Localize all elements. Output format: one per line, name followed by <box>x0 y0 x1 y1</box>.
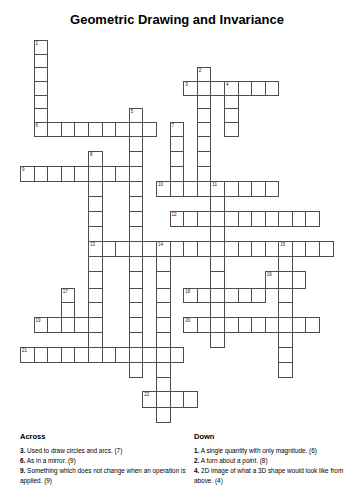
grid-cell[interactable] <box>88 181 103 197</box>
grid-cell[interactable] <box>238 317 253 333</box>
clue-item: 4. 2D image of what a 3D shape would loo… <box>194 466 350 486</box>
grid-cell[interactable] <box>88 347 103 363</box>
clue-item-number: 3. <box>20 447 25 454</box>
grid-cell[interactable]: 15 <box>278 241 293 257</box>
grid-cell[interactable] <box>88 271 103 289</box>
across-clue-list: 3. Used to draw circles and arcs. (7)6. … <box>20 446 188 486</box>
grid-cell[interactable] <box>88 332 103 348</box>
grid-cell[interactable] <box>251 317 266 333</box>
grid-cell[interactable] <box>305 241 320 257</box>
grid-cell[interactable] <box>224 317 239 333</box>
grid-cell[interactable] <box>129 271 144 289</box>
grid-cell[interactable] <box>156 377 171 393</box>
grid-cell[interactable] <box>197 166 212 182</box>
across-header: Across <box>20 432 188 442</box>
grid-cell[interactable] <box>88 122 103 138</box>
grid-cell[interactable] <box>129 151 144 168</box>
grid-cell[interactable] <box>197 136 212 152</box>
grid-cell[interactable] <box>238 288 253 304</box>
grid-cell[interactable] <box>47 347 62 363</box>
grid-cell[interactable]: 21 <box>20 347 35 363</box>
clue-item-number: 2. <box>194 457 199 464</box>
grid-cell[interactable] <box>238 241 253 257</box>
grid-cell[interactable] <box>129 166 144 182</box>
grid-cell[interactable] <box>210 196 225 212</box>
grid-cell[interactable] <box>224 95 239 109</box>
grid-cell[interactable]: 9 <box>20 166 35 182</box>
clue-item-number: 9. <box>20 467 25 474</box>
grid-cell[interactable] <box>197 108 212 123</box>
grid-cell[interactable] <box>224 181 239 197</box>
grid-cell[interactable] <box>142 241 157 257</box>
grid-cell[interactable]: 2 <box>197 67 212 82</box>
grid-cell[interactable] <box>129 302 144 318</box>
grid-cell[interactable] <box>238 181 253 197</box>
grid-cell[interactable]: 14 <box>156 241 171 257</box>
grid-cell[interactable] <box>156 332 171 348</box>
grid-cell[interactable] <box>47 122 62 138</box>
grid-cell[interactable] <box>102 347 117 363</box>
grid-cell[interactable] <box>61 122 76 138</box>
clue-number-label: 8 <box>90 152 93 157</box>
down-header: Down <box>194 432 350 442</box>
clue-number-label: 12 <box>172 212 177 217</box>
grid-cell[interactable] <box>88 288 103 304</box>
grid-cell[interactable] <box>129 181 144 197</box>
grid-cell[interactable] <box>61 347 76 363</box>
grid-cell[interactable]: 8 <box>88 151 103 168</box>
grid-cell[interactable]: 20 <box>183 317 198 333</box>
grid-cell[interactable] <box>278 332 293 348</box>
grid-cell[interactable] <box>34 67 49 82</box>
grid-cell[interactable] <box>305 211 320 227</box>
grid-cell[interactable]: 7 <box>170 122 185 138</box>
grid-cell[interactable] <box>183 241 198 257</box>
grid-cell[interactable] <box>278 288 293 304</box>
grid-cell[interactable] <box>251 211 266 227</box>
grid-cell[interactable] <box>170 136 185 152</box>
grid-cell[interactable] <box>278 317 293 333</box>
grid-cell[interactable] <box>292 241 307 257</box>
clue-item-number: 4. <box>194 467 199 474</box>
grid-cell[interactable] <box>129 226 144 242</box>
grid-cell[interactable] <box>170 391 185 408</box>
clue-item: 2. A turn about a point. (8) <box>194 456 350 466</box>
grid-cell[interactable] <box>210 226 225 242</box>
grid-cell[interactable] <box>74 317 89 333</box>
across-clues-section: Across 3. Used to draw circles and arcs.… <box>20 432 188 486</box>
grid-cell[interactable] <box>129 196 144 212</box>
clue-number-label: 5 <box>131 109 134 114</box>
grid-cell[interactable] <box>129 122 144 138</box>
grid-cell[interactable] <box>197 81 212 96</box>
grid-cell[interactable] <box>210 256 225 273</box>
clue-number-label: 17 <box>63 289 68 294</box>
grid-cell[interactable]: 19 <box>34 317 49 333</box>
grid-cell[interactable] <box>210 288 225 304</box>
grid-cell[interactable] <box>34 81 49 96</box>
grid-cell[interactable] <box>292 271 307 289</box>
clue-number-label: 13 <box>90 242 95 247</box>
grid-cell[interactable] <box>183 391 198 408</box>
grid-cell[interactable] <box>251 81 266 96</box>
grid-cell[interactable] <box>170 347 185 363</box>
grid-cell[interactable]: 17 <box>61 288 76 304</box>
clue-number-label: 11 <box>212 182 217 187</box>
grid-cell[interactable] <box>129 317 144 333</box>
grid-cell[interactable] <box>251 288 266 304</box>
grid-cell[interactable] <box>88 196 103 212</box>
grid-cell[interactable] <box>278 256 293 273</box>
grid-cell[interactable] <box>88 302 103 318</box>
clue-number-label: 18 <box>185 289 190 294</box>
grid-cell[interactable] <box>88 226 103 242</box>
grid-cell[interactable] <box>129 288 144 304</box>
down-clue-list: 1. A single quantity with only magnitude… <box>194 446 350 486</box>
grid-cell[interactable] <box>129 347 144 363</box>
grid-cell[interactable] <box>265 81 280 96</box>
grid-cell[interactable] <box>319 241 334 257</box>
grid-cell[interactable] <box>129 332 144 348</box>
grid-cell[interactable] <box>197 211 212 227</box>
grid-cell[interactable] <box>197 151 212 168</box>
grid-cell[interactable] <box>115 347 130 363</box>
clue-number-label: 9 <box>22 167 25 172</box>
grid-cell[interactable] <box>156 288 171 304</box>
grid-cell[interactable] <box>224 288 239 304</box>
grid-cell[interactable] <box>88 211 103 227</box>
grid-cell[interactable] <box>34 54 49 69</box>
grid-cell[interactable] <box>197 317 212 333</box>
crossword-worksheet: Geometric Drawing and Invariance 1234567… <box>0 0 354 500</box>
grid-cell[interactable]: 4 <box>224 81 239 96</box>
grid-cell[interactable] <box>156 302 171 318</box>
grid-cell[interactable] <box>156 256 171 273</box>
grid-cell[interactable] <box>129 241 144 257</box>
clue-number-label: 3 <box>185 82 188 87</box>
grid-cell[interactable] <box>129 136 144 152</box>
clue-number-label: 19 <box>36 318 41 323</box>
grid-cell[interactable] <box>156 317 171 333</box>
grid-cell[interactable] <box>47 317 62 333</box>
grid-cell[interactable] <box>156 407 171 423</box>
clue-number-label: 16 <box>267 272 272 277</box>
grid-cell[interactable] <box>61 302 76 318</box>
grid-cell[interactable] <box>197 288 212 304</box>
grid-cell[interactable] <box>102 241 117 257</box>
grid-cell[interactable] <box>34 108 49 123</box>
grid-cell[interactable] <box>265 211 280 227</box>
grid-cell[interactable]: 1 <box>34 40 49 55</box>
clue-number-label: 21 <box>22 348 27 353</box>
grid-cell[interactable] <box>210 302 225 318</box>
grid-cell[interactable]: 13 <box>88 241 103 257</box>
grid-cell[interactable] <box>102 122 117 138</box>
grid-cell[interactable] <box>115 166 130 182</box>
clue-number-label: 14 <box>158 242 163 247</box>
grid-cell[interactable] <box>265 181 280 197</box>
grid-cell[interactable] <box>88 317 103 333</box>
grid-cell[interactable] <box>210 241 225 257</box>
grid-cell[interactable] <box>210 332 225 348</box>
grid-cell[interactable] <box>61 317 76 333</box>
down-clues-section: Down 1. A single quantity with only magn… <box>194 432 350 486</box>
grid-cell[interactable] <box>156 347 171 363</box>
grid-cell[interactable] <box>278 362 293 378</box>
grid-cell[interactable] <box>224 211 239 227</box>
grid-cell[interactable]: 10 <box>156 181 171 197</box>
grid-cell[interactable] <box>170 241 185 257</box>
grid-cell[interactable] <box>102 166 117 182</box>
grid-cell[interactable]: 18 <box>183 288 198 304</box>
grid-cell[interactable] <box>170 181 185 197</box>
grid-cell[interactable] <box>115 241 130 257</box>
clue-number-label: 10 <box>158 182 163 187</box>
grid-cell[interactable] <box>129 256 144 273</box>
clue-number-label: 22 <box>144 392 149 397</box>
grid-cell[interactable] <box>278 302 293 318</box>
grid-cell[interactable] <box>129 362 144 378</box>
grid-cell[interactable] <box>74 166 89 182</box>
clue-item: 9. Something which does not change when … <box>20 466 188 486</box>
crossword-grid: 12345678910111213141516171819202122 <box>20 40 346 422</box>
grid-cell[interactable] <box>210 81 225 96</box>
grid-cell[interactable] <box>129 211 144 227</box>
grid-cell[interactable] <box>278 211 293 227</box>
grid-cell[interactable] <box>224 241 239 257</box>
grid-cell[interactable] <box>292 211 307 227</box>
grid-cell[interactable] <box>88 256 103 273</box>
grid-cell[interactable] <box>156 391 171 408</box>
grid-cell[interactable] <box>88 166 103 182</box>
grid-cell[interactable]: 12 <box>170 211 185 227</box>
grid-cell[interactable] <box>142 347 157 363</box>
clue-item: 3. Used to draw circles and arcs. (7) <box>20 446 188 456</box>
grid-cell[interactable] <box>47 166 62 182</box>
grid-cell[interactable] <box>115 122 130 138</box>
grid-cell[interactable]: 16 <box>265 271 280 289</box>
grid-cell[interactable] <box>34 95 49 109</box>
grid-cell[interactable] <box>292 317 307 333</box>
grid-cell[interactable] <box>61 166 76 182</box>
grid-cell[interactable]: 11 <box>210 181 225 197</box>
grid-cell[interactable] <box>265 317 280 333</box>
grid-cell[interactable] <box>34 166 49 182</box>
grid-cell[interactable] <box>251 241 266 257</box>
grid-cell[interactable]: 6 <box>34 122 49 138</box>
grid-cell[interactable] <box>183 211 198 227</box>
grid-cell[interactable] <box>156 362 171 378</box>
clue-number-label: 20 <box>185 318 190 323</box>
grid-cell[interactable] <box>305 317 320 333</box>
grid-cell[interactable] <box>156 271 171 289</box>
grid-cell[interactable] <box>74 122 89 138</box>
grid-cell[interactable] <box>278 347 293 363</box>
grid-cell[interactable] <box>238 81 253 96</box>
clue-item-number: 1. <box>194 447 199 454</box>
grid-cell[interactable] <box>197 241 212 257</box>
grid-cell[interactable] <box>278 271 293 289</box>
grid-cell[interactable] <box>251 181 266 197</box>
clue-number-label: 4 <box>226 82 229 87</box>
clue-item-number: 6. <box>20 457 25 464</box>
grid-cell[interactable] <box>74 347 89 363</box>
clue-number-label: 6 <box>36 123 39 128</box>
grid-cell[interactable] <box>170 151 185 168</box>
grid-cell[interactable] <box>224 122 239 138</box>
grid-cell[interactable] <box>265 241 280 257</box>
clue-item: 1. A single quantity with only magnitude… <box>194 446 350 456</box>
grid-cell[interactable] <box>34 347 49 363</box>
grid-cell[interactable] <box>183 181 198 197</box>
clue-number-label: 1 <box>36 41 39 46</box>
grid-cell[interactable] <box>197 95 212 109</box>
grid-cell[interactable]: 3 <box>183 81 198 96</box>
clue-number-label: 7 <box>172 123 175 128</box>
clue-number-label: 2 <box>199 68 202 73</box>
grid-cell[interactable] <box>210 317 225 333</box>
grid-cell[interactable]: 22 <box>142 391 157 408</box>
grid-cell[interactable] <box>170 166 185 182</box>
grid-cell[interactable] <box>197 181 212 197</box>
grid-cell[interactable] <box>210 211 225 227</box>
grid-cell[interactable] <box>210 271 225 289</box>
grid-cell[interactable] <box>197 122 212 138</box>
clue-item: 6. As in a mirror. (9) <box>20 456 188 466</box>
grid-cell[interactable] <box>142 122 157 138</box>
page-title: Geometric Drawing and Invariance <box>0 12 354 27</box>
clue-number-label: 15 <box>280 242 285 247</box>
grid-cell[interactable] <box>238 211 253 227</box>
grid-cell[interactable]: 5 <box>129 108 144 123</box>
grid-cell[interactable] <box>224 108 239 123</box>
